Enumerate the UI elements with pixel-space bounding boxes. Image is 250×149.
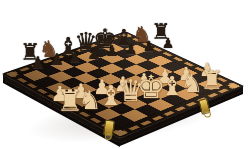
chess-set-product-photo: ♜♞♝♛♚♝♞♜♟♟♟♟♟♟♟♟♟♟♟♟♟♟♟♟♜♞♝♛♚♝♞♜ xyxy=(0,0,250,149)
piece-h8-dark-rook: ♜ xyxy=(151,21,171,43)
piece-a8-dark-rook: ♜ xyxy=(20,41,41,64)
piece-h7-dark-pawn: ♟ xyxy=(162,36,175,50)
